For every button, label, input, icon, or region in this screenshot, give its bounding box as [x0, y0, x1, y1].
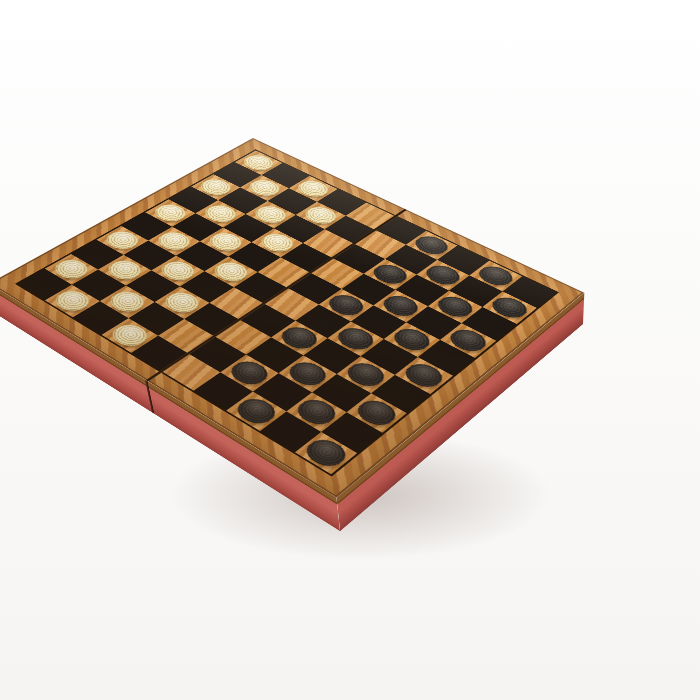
- white-piece[interactable]: [100, 286, 155, 319]
- black-piece[interactable]: [395, 357, 453, 394]
- board-square[interactable]: [271, 321, 327, 356]
- board-square[interactable]: [371, 375, 430, 413]
- board-square[interactable]: [189, 336, 246, 372]
- board-square[interactable]: [295, 432, 357, 474]
- draughts-board: [0, 138, 584, 498]
- board-square[interactable]: [253, 373, 312, 411]
- board-square[interactable]: [351, 305, 406, 339]
- black-piece[interactable]: [279, 355, 337, 392]
- board-square[interactable]: [312, 374, 371, 412]
- black-piece[interactable]: [440, 323, 496, 358]
- board-square[interactable]: [286, 392, 346, 432]
- board-square[interactable]: [45, 285, 100, 318]
- board-square[interactable]: [328, 322, 384, 357]
- board-square[interactable]: [264, 288, 319, 321]
- board-square[interactable]: [295, 305, 350, 339]
- black-piece[interactable]: [347, 393, 407, 433]
- black-piece[interactable]: [337, 356, 395, 393]
- black-piece[interactable]: [226, 392, 286, 432]
- board-square[interactable]: [428, 291, 482, 324]
- board-square[interactable]: [131, 336, 188, 372]
- board-square[interactable]: [260, 411, 321, 452]
- board-square[interactable]: [240, 304, 296, 338]
- board-square[interactable]: [226, 392, 286, 432]
- board-square[interactable]: [373, 290, 428, 323]
- board-playing-area[interactable]: [18, 150, 556, 474]
- board-square[interactable]: [73, 301, 129, 335]
- board-square[interactable]: [395, 357, 453, 394]
- board-square[interactable]: [319, 289, 374, 322]
- board-square[interactable]: [418, 340, 475, 376]
- black-piece[interactable]: [295, 432, 357, 474]
- board-square[interactable]: [102, 318, 159, 353]
- board-square[interactable]: [129, 302, 185, 336]
- board-frame: [0, 138, 584, 498]
- board-square[interactable]: [246, 337, 303, 373]
- board-square[interactable]: [194, 372, 253, 410]
- board-square[interactable]: [406, 306, 461, 340]
- board-square[interactable]: [220, 355, 278, 392]
- board-square[interactable]: [162, 354, 220, 391]
- board-square[interactable]: [482, 291, 536, 324]
- board-square[interactable]: [303, 338, 360, 374]
- board-square[interactable]: [337, 356, 395, 393]
- board-square[interactable]: [158, 319, 215, 354]
- black-piece[interactable]: [428, 291, 482, 324]
- white-piece[interactable]: [102, 318, 159, 353]
- board-square[interactable]: [361, 339, 418, 375]
- perspective-camera: [0, 0, 700, 700]
- white-piece[interactable]: [45, 285, 100, 318]
- board-square[interactable]: [321, 412, 382, 453]
- product-photo-scene: [0, 0, 700, 700]
- board-square[interactable]: [279, 355, 337, 392]
- black-piece[interactable]: [271, 321, 327, 356]
- black-piece[interactable]: [319, 289, 374, 322]
- board-square[interactable]: [347, 393, 407, 433]
- black-piece[interactable]: [373, 290, 428, 323]
- white-piece[interactable]: [155, 286, 210, 319]
- black-piece[interactable]: [482, 291, 536, 324]
- black-piece[interactable]: [328, 322, 384, 357]
- board-square[interactable]: [215, 320, 271, 355]
- board-square[interactable]: [209, 287, 264, 320]
- board-square[interactable]: [184, 303, 240, 337]
- black-piece[interactable]: [220, 355, 278, 392]
- board-square[interactable]: [384, 322, 440, 357]
- black-piece[interactable]: [286, 392, 346, 432]
- board-square[interactable]: [462, 307, 517, 341]
- board-square[interactable]: [100, 286, 155, 319]
- board-square[interactable]: [155, 286, 210, 319]
- black-piece[interactable]: [384, 322, 440, 357]
- board-square[interactable]: [440, 323, 496, 358]
